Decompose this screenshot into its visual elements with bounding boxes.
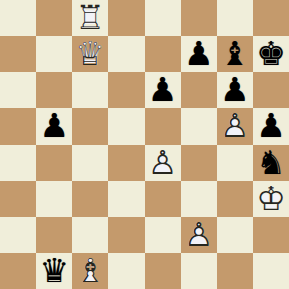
square-f8[interactable] — [181, 0, 217, 36]
square-d6[interactable] — [108, 72, 144, 108]
white-bishop-piece: ♝♗ — [72, 253, 108, 289]
square-g4[interactable] — [217, 145, 253, 181]
square-e3[interactable] — [145, 181, 181, 217]
square-c3[interactable] — [72, 181, 108, 217]
square-c6[interactable] — [72, 72, 108, 108]
black-pawn-piece: ♟ — [36, 108, 72, 144]
black-king-piece: ♚ — [253, 36, 289, 72]
square-a7[interactable] — [0, 36, 36, 72]
black-pawn-piece: ♟ — [181, 36, 217, 72]
square-h8[interactable] — [253, 0, 289, 36]
square-c4[interactable] — [72, 145, 108, 181]
square-d2[interactable] — [108, 217, 144, 253]
white-rook-piece: ♜♖ — [72, 0, 108, 36]
white-pawn-piece: ♟♙ — [145, 145, 181, 181]
square-a5[interactable] — [0, 108, 36, 144]
square-b4[interactable] — [36, 145, 72, 181]
square-h7[interactable]: ♚ — [253, 36, 289, 72]
square-a3[interactable] — [0, 181, 36, 217]
square-b8[interactable] — [36, 0, 72, 36]
black-pawn-piece: ♟ — [217, 72, 253, 108]
chess-board-window: ♜♖♛♕♟♝♚♟♟♟♟♙♟♟♙♞♚♔♟♙♛♝♗ — [0, 0, 289, 289]
square-d3[interactable] — [108, 181, 144, 217]
square-h3[interactable]: ♚♔ — [253, 181, 289, 217]
square-g1[interactable] — [217, 253, 253, 289]
square-e6[interactable]: ♟ — [145, 72, 181, 108]
square-f2[interactable]: ♟♙ — [181, 217, 217, 253]
square-g7[interactable]: ♝ — [217, 36, 253, 72]
square-c8[interactable]: ♜♖ — [72, 0, 108, 36]
square-f4[interactable] — [181, 145, 217, 181]
square-f6[interactable] — [181, 72, 217, 108]
square-e5[interactable] — [145, 108, 181, 144]
white-pawn-piece: ♟♙ — [217, 108, 253, 144]
square-b6[interactable] — [36, 72, 72, 108]
white-queen-piece: ♛♕ — [72, 36, 108, 72]
square-b7[interactable] — [36, 36, 72, 72]
black-bishop-piece: ♝ — [217, 36, 253, 72]
square-h4[interactable]: ♞ — [253, 145, 289, 181]
square-e1[interactable] — [145, 253, 181, 289]
square-f1[interactable] — [181, 253, 217, 289]
square-c2[interactable] — [72, 217, 108, 253]
square-a2[interactable] — [0, 217, 36, 253]
square-g3[interactable] — [217, 181, 253, 217]
square-c1[interactable]: ♝♗ — [72, 253, 108, 289]
square-d7[interactable] — [108, 36, 144, 72]
square-h2[interactable] — [253, 217, 289, 253]
square-g6[interactable]: ♟ — [217, 72, 253, 108]
square-c5[interactable] — [72, 108, 108, 144]
square-c7[interactable]: ♛♕ — [72, 36, 108, 72]
square-a8[interactable] — [0, 0, 36, 36]
square-h6[interactable] — [253, 72, 289, 108]
square-d1[interactable] — [108, 253, 144, 289]
square-a4[interactable] — [0, 145, 36, 181]
black-queen-piece: ♛ — [36, 253, 72, 289]
black-knight-piece: ♞ — [253, 145, 289, 181]
square-b1[interactable]: ♛ — [36, 253, 72, 289]
square-g2[interactable] — [217, 217, 253, 253]
square-g8[interactable] — [217, 0, 253, 36]
square-g5[interactable]: ♟♙ — [217, 108, 253, 144]
square-f7[interactable]: ♟ — [181, 36, 217, 72]
square-b2[interactable] — [36, 217, 72, 253]
square-f3[interactable] — [181, 181, 217, 217]
black-pawn-piece: ♟ — [253, 108, 289, 144]
white-pawn-piece: ♟♙ — [181, 217, 217, 253]
square-a1[interactable] — [0, 253, 36, 289]
white-king-piece: ♚♔ — [253, 181, 289, 217]
square-d5[interactable] — [108, 108, 144, 144]
square-h5[interactable]: ♟ — [253, 108, 289, 144]
square-e8[interactable] — [145, 0, 181, 36]
square-d4[interactable] — [108, 145, 144, 181]
chess-board: ♜♖♛♕♟♝♚♟♟♟♟♙♟♟♙♞♚♔♟♙♛♝♗ — [0, 0, 289, 289]
square-e2[interactable] — [145, 217, 181, 253]
square-f5[interactable] — [181, 108, 217, 144]
square-b5[interactable]: ♟ — [36, 108, 72, 144]
square-h1[interactable] — [253, 253, 289, 289]
square-b3[interactable] — [36, 181, 72, 217]
square-e4[interactable]: ♟♙ — [145, 145, 181, 181]
square-a6[interactable] — [0, 72, 36, 108]
square-d8[interactable] — [108, 0, 144, 36]
black-pawn-piece: ♟ — [145, 72, 181, 108]
square-e7[interactable] — [145, 36, 181, 72]
